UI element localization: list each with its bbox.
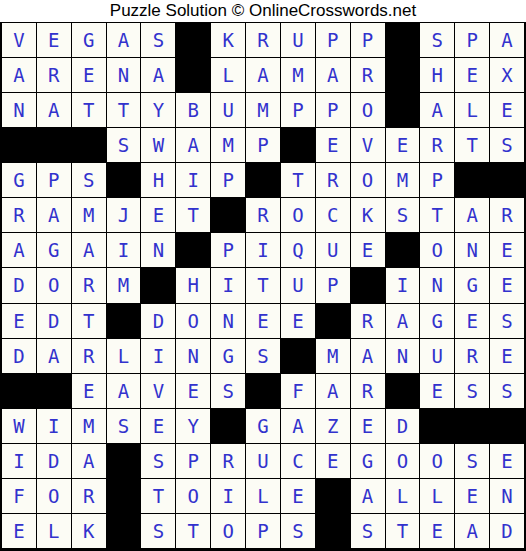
letter-cell-r7c11: E [351,233,385,267]
block-cell-r2c12 [386,58,420,92]
letter-cell-r9c13: G [420,304,454,338]
letter-cell-r2c1: A [2,58,36,92]
letter-cell-r11c14: S [455,374,489,408]
letter-cell-r2c2: R [37,58,71,92]
block-cell-r11c1 [2,374,36,408]
letter-cell-r11c7: S [211,374,245,408]
letter-cell-r10c15: E [490,339,524,373]
letter-cell-r1c5: S [141,23,175,57]
block-cell-r1c6 [176,23,210,57]
letter-cell-r14c11: A [351,479,385,513]
letter-cell-r12c12: D [386,409,420,443]
block-cell-r3c12 [386,93,420,127]
letter-cell-r13c12: O [386,444,420,478]
letter-cell-r10c13: U [420,339,454,373]
block-cell-r4c3 [72,128,106,162]
letter-cell-r1c8: R [246,23,280,57]
letter-cell-r15c14: A [455,514,489,548]
block-cell-r10c9 [281,339,315,373]
letter-cell-r2c14: E [455,58,489,92]
letter-cell-r3c14: L [455,93,489,127]
block-cell-r5c15 [490,163,524,197]
letter-cell-r14c8: L [246,479,280,513]
letter-cell-r12c2: I [37,409,71,443]
letter-cell-r7c2: G [37,233,71,267]
letter-cell-r13c8: U [246,444,280,478]
letter-cell-r14c6: O [176,479,210,513]
letter-cell-r15c5: S [141,514,175,548]
letter-cell-r3c4: T [107,93,141,127]
letter-cell-r12c6: Y [176,409,210,443]
block-cell-r12c15 [490,409,524,443]
letter-cell-r14c5: T [141,479,175,513]
letter-cell-r9c1: E [2,304,36,338]
letter-cell-r8c2: O [37,268,71,302]
letter-cell-r15c6: T [176,514,210,548]
letter-cell-r7c3: A [72,233,106,267]
letter-cell-r10c6: N [176,339,210,373]
letter-cell-r1c13: S [420,23,454,57]
letter-cell-r15c13: E [420,514,454,548]
letter-cell-r13c14: S [455,444,489,478]
letter-cell-r14c14: E [455,479,489,513]
letter-cell-r7c15: E [490,233,524,267]
letter-cell-r8c4: M [107,268,141,302]
letter-cell-r5c11: O [351,163,385,197]
letter-cell-r7c9: Q [281,233,315,267]
block-cell-r14c4 [107,479,141,513]
letter-cell-r3c6: B [176,93,210,127]
block-cell-r11c12 [386,374,420,408]
letter-cell-r8c10: P [316,268,350,302]
block-cell-r15c4 [107,514,141,548]
letter-cell-r5c2: P [37,163,71,197]
letter-cell-r6c11: K [351,198,385,232]
letter-cell-r9c14: E [455,304,489,338]
letter-cell-r6c12: S [386,198,420,232]
letter-cell-r10c1: D [2,339,36,373]
letter-cell-r7c8: I [246,233,280,267]
letter-cell-r8c3: R [72,268,106,302]
letter-cell-r10c5: I [141,339,175,373]
letter-cell-r6c2: A [37,198,71,232]
letter-cell-r7c10: U [316,233,350,267]
letter-cell-r10c10: M [316,339,350,373]
letter-cell-r7c7: P [211,233,245,267]
letter-cell-r11c15: S [490,374,524,408]
letter-cell-r11c11: R [351,374,385,408]
letter-cell-r8c13: N [420,268,454,302]
letter-cell-r4c15: S [490,128,524,162]
letter-cell-r15c8: P [246,514,280,548]
letter-cell-r13c11: G [351,444,385,478]
letter-cell-r15c11: S [351,514,385,548]
block-cell-r7c12 [386,233,420,267]
letter-cell-r2c5: A [141,58,175,92]
letter-cell-r8c1: D [2,268,36,302]
letter-cell-r7c14: N [455,233,489,267]
block-cell-r8c11 [351,268,385,302]
letter-cell-r6c4: J [107,198,141,232]
letter-cell-r5c3: S [72,163,106,197]
letter-cell-r1c10: P [316,23,350,57]
letter-cell-r14c2: O [37,479,71,513]
letter-cell-r5c1: G [2,163,36,197]
block-cell-r12c13 [420,409,454,443]
letter-cell-r6c3: M [72,198,106,232]
letter-cell-r1c1: V [2,23,36,57]
letter-cell-r10c14: R [455,339,489,373]
letter-cell-r1c2: E [37,23,71,57]
letter-cell-r1c14: P [455,23,489,57]
letter-cell-r4c10: E [316,128,350,162]
letter-cell-r6c10: C [316,198,350,232]
block-cell-r11c8 [246,374,280,408]
block-cell-r12c7 [211,409,245,443]
letter-cell-r12c11: E [351,409,385,443]
letter-cell-r10c7: G [211,339,245,373]
letter-cell-r13c13: O [420,444,454,478]
letter-cell-r2c4: N [107,58,141,92]
block-cell-r4c2 [37,128,71,162]
letter-cell-r3c5: Y [141,93,175,127]
letter-cell-r7c4: I [107,233,141,267]
letter-cell-r3c2: A [37,93,71,127]
letter-cell-r15c3: K [72,514,106,548]
letter-cell-r4c7: M [211,128,245,162]
block-cell-r8c5 [141,268,175,302]
block-cell-r4c1 [2,128,36,162]
letter-cell-r4c4: S [107,128,141,162]
letter-cell-r5c9: T [281,163,315,197]
block-cell-r1c12 [386,23,420,57]
letter-cell-r1c3: G [72,23,106,57]
letter-cell-r8c12: I [386,268,420,302]
letter-cell-r9c12: A [386,304,420,338]
letter-cell-r14c9: E [281,479,315,513]
letter-cell-r4c5: W [141,128,175,162]
block-cell-r5c14 [455,163,489,197]
letter-cell-r4c6: A [176,128,210,162]
letter-cell-r4c8: P [246,128,280,162]
letter-cell-r6c15: R [490,198,524,232]
letter-cell-r12c9: A [281,409,315,443]
letter-cell-r9c8: E [246,304,280,338]
letter-cell-r11c9: F [281,374,315,408]
letter-cell-r2c8: A [246,58,280,92]
letter-cell-r14c13: L [420,479,454,513]
letter-cell-r3c10: P [316,93,350,127]
letter-cell-r1c15: A [490,23,524,57]
letter-cell-r2c11: R [351,58,385,92]
letter-cell-r15c7: O [211,514,245,548]
block-cell-r11c2 [37,374,71,408]
letter-cell-r15c15: D [490,514,524,548]
letter-cell-r15c2: L [37,514,71,548]
letter-cell-r7c5: N [141,233,175,267]
letter-cell-r11c13: E [420,374,454,408]
letter-cell-r1c9: U [281,23,315,57]
letter-cell-r9c5: D [141,304,175,338]
letter-cell-r3c15: E [490,93,524,127]
letter-cell-r4c11: V [351,128,385,162]
letter-cell-r11c6: E [176,374,210,408]
letter-cell-r8c6: H [176,268,210,302]
block-cell-r5c4 [107,163,141,197]
letter-cell-r10c2: A [37,339,71,373]
letter-cell-r9c15: S [490,304,524,338]
letter-cell-r2c3: E [72,58,106,92]
letter-cell-r10c4: L [107,339,141,373]
letter-cell-r3c13: A [420,93,454,127]
letter-cell-r8c14: G [455,268,489,302]
letter-cell-r10c8: S [246,339,280,373]
letter-cell-r3c1: N [2,93,36,127]
letter-cell-r9c2: D [37,304,71,338]
letter-cell-r3c11: O [351,93,385,127]
letter-cell-r3c9: P [281,93,315,127]
letter-cell-r14c15: N [490,479,524,513]
letter-cell-r13c2: D [37,444,71,478]
letter-cell-r6c14: A [455,198,489,232]
letter-cell-r8c15: E [490,268,524,302]
letter-cell-r3c7: U [211,93,245,127]
letter-cell-r5c5: H [141,163,175,197]
letter-cell-r10c12: N [386,339,420,373]
letter-cell-r9c11: R [351,304,385,338]
block-cell-r6c7 [211,198,245,232]
letter-cell-r10c3: R [72,339,106,373]
letter-cell-r9c3: T [72,304,106,338]
block-cell-r9c4 [107,304,141,338]
letter-cell-r13c15: E [490,444,524,478]
letter-cell-r4c14: T [455,128,489,162]
letter-cell-r2c7: L [211,58,245,92]
letter-cell-r15c12: T [386,514,420,548]
letter-cell-r4c12: E [386,128,420,162]
letter-cell-r2c9: M [281,58,315,92]
letter-cell-r1c7: K [211,23,245,57]
letter-cell-r12c4: S [107,409,141,443]
letter-cell-r2c10: A [316,58,350,92]
letter-cell-r9c6: O [176,304,210,338]
crossword-grid: VEGASKRUPPSPAARENALAMARHEXNATTYBUMPPOALE… [0,22,526,551]
letter-cell-r6c9: O [281,198,315,232]
letter-cell-r15c1: E [2,514,36,548]
letter-cell-r13c7: R [211,444,245,478]
letter-cell-r1c11: P [351,23,385,57]
letter-cell-r11c3: E [72,374,106,408]
letter-cell-r11c4: A [107,374,141,408]
letter-cell-r15c9: S [281,514,315,548]
letter-cell-r13c3: A [72,444,106,478]
letter-cell-r14c7: I [211,479,245,513]
letter-cell-r13c10: E [316,444,350,478]
letter-cell-r11c5: V [141,374,175,408]
letter-cell-r13c5: S [141,444,175,478]
letter-cell-r6c5: E [141,198,175,232]
letter-cell-r9c7: N [211,304,245,338]
letter-cell-r11c10: A [316,374,350,408]
letter-cell-r14c3: R [72,479,106,513]
letter-cell-r12c10: Z [316,409,350,443]
letter-cell-r8c8: T [246,268,280,302]
block-cell-r9c10 [316,304,350,338]
letter-cell-r6c8: R [246,198,280,232]
letter-cell-r7c1: A [2,233,36,267]
letter-cell-r5c7: P [211,163,245,197]
puzzle-solution-page: Puzzle Solution © OnlineCrosswords.net V… [0,0,526,551]
letter-cell-r3c3: T [72,93,106,127]
block-cell-r15c10 [316,514,350,548]
letter-cell-r14c12: L [386,479,420,513]
letter-cell-r12c8: G [246,409,280,443]
letter-cell-r5c13: P [420,163,454,197]
letter-cell-r2c15: X [490,58,524,92]
letter-cell-r13c9: C [281,444,315,478]
letter-cell-r8c9: U [281,268,315,302]
block-cell-r13c4 [107,444,141,478]
block-cell-r5c8 [246,163,280,197]
letter-cell-r5c10: R [316,163,350,197]
letter-cell-r6c6: T [176,198,210,232]
block-cell-r7c6 [176,233,210,267]
letter-cell-r14c1: F [2,479,36,513]
letter-cell-r5c6: I [176,163,210,197]
block-cell-r14c10 [316,479,350,513]
letter-cell-r4c13: R [420,128,454,162]
letter-cell-r13c1: I [2,444,36,478]
block-cell-r12c14 [455,409,489,443]
letter-cell-r10c11: A [351,339,385,373]
letter-cell-r12c5: E [141,409,175,443]
letter-cell-r12c1: W [2,409,36,443]
letter-cell-r6c1: R [2,198,36,232]
letter-cell-r13c6: P [176,444,210,478]
page-title: Puzzle Solution © OnlineCrosswords.net [0,0,526,22]
letter-cell-r9c9: E [281,304,315,338]
letter-cell-r12c3: M [72,409,106,443]
letter-cell-r5c12: M [386,163,420,197]
letter-cell-r7c13: O [420,233,454,267]
block-cell-r2c6 [176,58,210,92]
letter-cell-r8c7: I [211,268,245,302]
letter-cell-r3c8: M [246,93,280,127]
letter-cell-r6c13: T [420,198,454,232]
block-cell-r4c9 [281,128,315,162]
letter-cell-r2c13: H [420,58,454,92]
letter-cell-r1c4: A [107,23,141,57]
